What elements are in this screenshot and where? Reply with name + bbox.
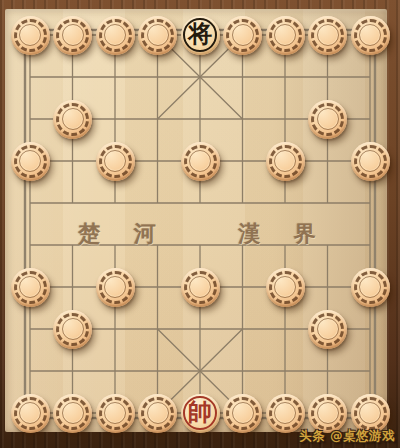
hidden-piece[interactable]	[53, 16, 92, 55]
hidden-piece[interactable]	[308, 16, 347, 55]
watermark: 头条 @桌悠游戏	[299, 428, 395, 445]
xiangqi-app: 楚 河 漢 界 将帥 头条 @桌悠游戏	[0, 0, 400, 448]
hidden-piece[interactable]	[266, 268, 305, 307]
hidden-piece[interactable]	[53, 310, 92, 349]
hidden-piece[interactable]	[308, 100, 347, 139]
hidden-piece[interactable]	[138, 16, 177, 55]
hidden-piece[interactable]	[96, 268, 135, 307]
hidden-piece[interactable]	[351, 394, 390, 433]
hidden-piece[interactable]	[96, 142, 135, 181]
general-character: 将	[188, 22, 212, 46]
hidden-piece[interactable]	[351, 268, 390, 307]
hidden-piece[interactable]	[11, 16, 50, 55]
hidden-piece[interactable]	[53, 100, 92, 139]
hidden-piece[interactable]	[138, 394, 177, 433]
hidden-piece[interactable]	[53, 394, 92, 433]
hidden-piece[interactable]	[266, 142, 305, 181]
hidden-piece[interactable]	[308, 310, 347, 349]
hidden-piece[interactable]	[181, 268, 220, 307]
hidden-piece[interactable]	[96, 394, 135, 433]
hidden-piece[interactable]	[266, 394, 305, 433]
pieces-layer: 将帥	[9, 14, 392, 434]
black-general-piece[interactable]: 将	[181, 16, 220, 55]
hidden-piece[interactable]	[11, 142, 50, 181]
red-general-piece[interactable]: 帥	[181, 394, 220, 433]
hidden-piece[interactable]	[223, 394, 262, 433]
hidden-piece[interactable]	[266, 16, 305, 55]
general-character: 帥	[188, 400, 212, 424]
hidden-piece[interactable]	[351, 142, 390, 181]
hidden-piece[interactable]	[308, 394, 347, 433]
hidden-piece[interactable]	[11, 394, 50, 433]
hidden-piece[interactable]	[223, 16, 262, 55]
xiangqi-board[interactable]: 楚 河 漢 界 将帥	[5, 9, 387, 432]
hidden-piece[interactable]	[351, 16, 390, 55]
hidden-piece[interactable]	[11, 268, 50, 307]
hidden-piece[interactable]	[181, 142, 220, 181]
hidden-piece[interactable]	[96, 16, 135, 55]
